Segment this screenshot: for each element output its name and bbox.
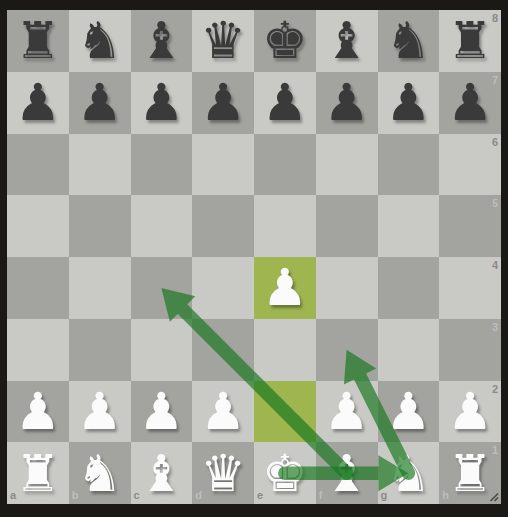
piece-white-pawn-h2[interactable]: ♟ xyxy=(439,381,501,443)
piece-black-pawn-e7[interactable]: ♟ xyxy=(254,72,316,134)
square-h8[interactable]: ♜8 xyxy=(439,10,501,72)
square-f1[interactable]: ♝f xyxy=(316,442,378,504)
square-c8[interactable]: ♝ xyxy=(131,10,193,72)
square-f4[interactable] xyxy=(316,257,378,319)
coord-rank-3: 3 xyxy=(492,322,498,333)
square-d5[interactable] xyxy=(192,195,254,257)
square-g2[interactable]: ♟ xyxy=(378,381,440,443)
square-g8[interactable]: ♞ xyxy=(378,10,440,72)
piece-black-rook-h8[interactable]: ♜ xyxy=(439,10,501,72)
piece-black-pawn-h7[interactable]: ♟ xyxy=(439,72,501,134)
square-a8[interactable]: ♜ xyxy=(7,10,69,72)
square-c2[interactable]: ♟ xyxy=(131,381,193,443)
piece-black-bishop-c8[interactable]: ♝ xyxy=(131,10,193,72)
square-d7[interactable]: ♟ xyxy=(192,72,254,134)
square-d8[interactable]: ♛ xyxy=(192,10,254,72)
square-c4[interactable] xyxy=(131,257,193,319)
square-d2[interactable]: ♟ xyxy=(192,381,254,443)
coord-rank-6: 6 xyxy=(492,137,498,148)
piece-black-bishop-f8[interactable]: ♝ xyxy=(316,10,378,72)
square-a7[interactable]: ♟ xyxy=(7,72,69,134)
square-e1[interactable]: ♚e xyxy=(254,442,316,504)
square-a6[interactable] xyxy=(7,134,69,196)
square-d3[interactable] xyxy=(192,319,254,381)
square-a2[interactable]: ♟ xyxy=(7,381,69,443)
piece-white-pawn-d2[interactable]: ♟ xyxy=(192,381,254,443)
square-g7[interactable]: ♟ xyxy=(378,72,440,134)
square-h5[interactable]: 5 xyxy=(439,195,501,257)
square-c7[interactable]: ♟ xyxy=(131,72,193,134)
piece-white-knight-g1[interactable]: ♞ xyxy=(378,442,440,504)
square-e2[interactable] xyxy=(254,381,316,443)
square-b7[interactable]: ♟ xyxy=(69,72,131,134)
square-h7[interactable]: ♟7 xyxy=(439,72,501,134)
square-g4[interactable] xyxy=(378,257,440,319)
piece-white-pawn-e4[interactable]: ♟ xyxy=(254,257,316,319)
piece-white-pawn-f2[interactable]: ♟ xyxy=(316,381,378,443)
square-e8[interactable]: ♚ xyxy=(254,10,316,72)
square-f5[interactable] xyxy=(316,195,378,257)
piece-black-pawn-c7[interactable]: ♟ xyxy=(131,72,193,134)
board-resize-handle[interactable] xyxy=(487,490,499,502)
piece-white-bishop-c1[interactable]: ♝ xyxy=(131,442,193,504)
piece-white-knight-b1[interactable]: ♞ xyxy=(69,442,131,504)
coord-rank-5: 5 xyxy=(492,198,498,209)
square-b8[interactable]: ♞ xyxy=(69,10,131,72)
square-e3[interactable] xyxy=(254,319,316,381)
piece-black-pawn-f7[interactable]: ♟ xyxy=(316,72,378,134)
square-g6[interactable] xyxy=(378,134,440,196)
piece-white-king-e1[interactable]: ♚ xyxy=(254,442,316,504)
piece-black-rook-a8[interactable]: ♜ xyxy=(7,10,69,72)
square-h3[interactable]: 3 xyxy=(439,319,501,381)
square-a3[interactable] xyxy=(7,319,69,381)
piece-black-knight-b8[interactable]: ♞ xyxy=(69,10,131,72)
square-a5[interactable] xyxy=(7,195,69,257)
piece-black-queen-d8[interactable]: ♛ xyxy=(192,10,254,72)
square-d6[interactable] xyxy=(192,134,254,196)
square-b4[interactable] xyxy=(69,257,131,319)
square-c5[interactable] xyxy=(131,195,193,257)
last-move-highlight-e2 xyxy=(254,381,316,443)
square-g5[interactable] xyxy=(378,195,440,257)
square-g1[interactable]: ♞g xyxy=(378,442,440,504)
piece-black-pawn-g7[interactable]: ♟ xyxy=(378,72,440,134)
square-f3[interactable] xyxy=(316,319,378,381)
piece-black-pawn-a7[interactable]: ♟ xyxy=(7,72,69,134)
square-f7[interactable]: ♟ xyxy=(316,72,378,134)
square-a4[interactable] xyxy=(7,257,69,319)
square-h2[interactable]: ♟2 xyxy=(439,381,501,443)
square-d1[interactable]: ♛d xyxy=(192,442,254,504)
piece-black-king-e8[interactable]: ♚ xyxy=(254,10,316,72)
piece-white-bishop-f1[interactable]: ♝ xyxy=(316,442,378,504)
square-e4[interactable]: ♟ xyxy=(254,257,316,319)
square-g3[interactable] xyxy=(378,319,440,381)
square-e6[interactable] xyxy=(254,134,316,196)
piece-white-pawn-a2[interactable]: ♟ xyxy=(7,381,69,443)
square-b3[interactable] xyxy=(69,319,131,381)
square-f2[interactable]: ♟ xyxy=(316,381,378,443)
square-f8[interactable]: ♝ xyxy=(316,10,378,72)
chess-board[interactable]: ♜♞♝♛♚♝♞♜8♟♟♟♟♟♟♟♟765♟43♟♟♟♟♟♟♟2♜a♞b♝c♛d♚… xyxy=(7,10,501,504)
square-b2[interactable]: ♟ xyxy=(69,381,131,443)
square-c1[interactable]: ♝c xyxy=(131,442,193,504)
square-b5[interactable] xyxy=(69,195,131,257)
square-e5[interactable] xyxy=(254,195,316,257)
square-h6[interactable]: 6 xyxy=(439,134,501,196)
piece-white-queen-d1[interactable]: ♛ xyxy=(192,442,254,504)
page-background: ♜♞♝♛♚♝♞♜8♟♟♟♟♟♟♟♟765♟43♟♟♟♟♟♟♟2♜a♞b♝c♛d♚… xyxy=(0,0,508,517)
piece-white-rook-a1[interactable]: ♜ xyxy=(7,442,69,504)
piece-black-pawn-b7[interactable]: ♟ xyxy=(69,72,131,134)
square-d4[interactable] xyxy=(192,257,254,319)
piece-black-pawn-d7[interactable]: ♟ xyxy=(192,72,254,134)
square-c6[interactable] xyxy=(131,134,193,196)
square-e7[interactable]: ♟ xyxy=(254,72,316,134)
square-h4[interactable]: 4 xyxy=(439,257,501,319)
coord-rank-4: 4 xyxy=(492,260,498,271)
piece-white-pawn-b2[interactable]: ♟ xyxy=(69,381,131,443)
square-b6[interactable] xyxy=(69,134,131,196)
piece-black-knight-g8[interactable]: ♞ xyxy=(378,10,440,72)
square-b1[interactable]: ♞b xyxy=(69,442,131,504)
square-f6[interactable] xyxy=(316,134,378,196)
piece-white-pawn-c2[interactable]: ♟ xyxy=(131,381,193,443)
piece-white-pawn-g2[interactable]: ♟ xyxy=(378,381,440,443)
square-a1[interactable]: ♜a xyxy=(7,442,69,504)
square-c3[interactable] xyxy=(131,319,193,381)
